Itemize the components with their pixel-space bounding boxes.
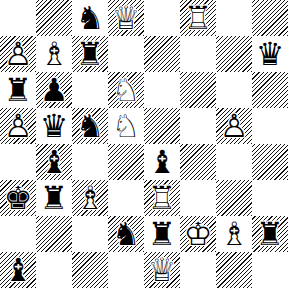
white-pawn: ♙ — [0, 108, 36, 144]
square-d8[interactable]: ♛♕ — [108, 0, 144, 36]
white-pawn-backdrop: ♟ — [0, 108, 36, 144]
square-g6[interactable] — [216, 72, 252, 108]
black-queen-backdrop: ♛ — [36, 108, 72, 144]
square-d6[interactable]: ♞♘ — [108, 72, 144, 108]
white-knight-backdrop: ♞ — [108, 108, 144, 144]
white-pawn: ♙ — [216, 108, 252, 144]
square-d4[interactable] — [108, 144, 144, 180]
black-knight-backdrop: ♞ — [108, 216, 144, 252]
white-pawn: ♙ — [0, 36, 36, 72]
square-e5[interactable] — [144, 108, 180, 144]
black-rook-backdrop: ♜ — [0, 72, 36, 108]
square-h3[interactable] — [252, 180, 288, 216]
black-bishop: ♝ — [0, 252, 36, 288]
white-king: ♔ — [180, 216, 216, 252]
square-h4[interactable] — [252, 144, 288, 180]
square-c7[interactable]: ♜♜ — [72, 36, 108, 72]
black-knight: ♞ — [108, 216, 144, 252]
white-bishop-backdrop: ♝ — [72, 180, 108, 216]
chess-board: ♞♞♛♕♜♖♟♙♝♗♜♜♛♛♜♜♟♟♞♘♟♙♛♛♞♞♞♘♟♙♝♝♝♝♚♚♜♜♝♗… — [0, 0, 288, 288]
white-bishop-backdrop: ♝ — [36, 36, 72, 72]
white-pawn-backdrop: ♟ — [216, 108, 252, 144]
square-b8[interactable] — [36, 0, 72, 36]
black-king: ♚ — [0, 180, 36, 216]
square-h8[interactable] — [252, 0, 288, 36]
white-pawn-backdrop: ♟ — [0, 36, 36, 72]
square-b3[interactable]: ♜♜ — [36, 180, 72, 216]
square-g4[interactable] — [216, 144, 252, 180]
square-h6[interactable] — [252, 72, 288, 108]
white-bishop: ♗ — [72, 180, 108, 216]
square-f1[interactable] — [180, 252, 216, 288]
square-g2[interactable]: ♝♗ — [216, 216, 252, 252]
square-d3[interactable] — [108, 180, 144, 216]
square-a8[interactable] — [0, 0, 36, 36]
square-g5[interactable]: ♟♙ — [216, 108, 252, 144]
square-c5[interactable]: ♞♞ — [72, 108, 108, 144]
black-knight-backdrop: ♞ — [72, 108, 108, 144]
square-b1[interactable] — [36, 252, 72, 288]
square-f4[interactable] — [180, 144, 216, 180]
black-rook-backdrop: ♜ — [144, 216, 180, 252]
square-b5[interactable]: ♛♛ — [36, 108, 72, 144]
square-c1[interactable] — [72, 252, 108, 288]
square-a7[interactable]: ♟♙ — [0, 36, 36, 72]
square-c2[interactable] — [72, 216, 108, 252]
square-e7[interactable] — [144, 36, 180, 72]
black-rook: ♜ — [252, 216, 288, 252]
square-e3[interactable]: ♜♖ — [144, 180, 180, 216]
white-knight-backdrop: ♞ — [108, 72, 144, 108]
square-c4[interactable] — [72, 144, 108, 180]
square-b7[interactable]: ♝♗ — [36, 36, 72, 72]
square-f2[interactable]: ♚♔ — [180, 216, 216, 252]
black-queen: ♛ — [36, 108, 72, 144]
black-rook: ♜ — [144, 216, 180, 252]
black-rook: ♜ — [36, 180, 72, 216]
square-g8[interactable] — [216, 0, 252, 36]
square-d2[interactable]: ♞♞ — [108, 216, 144, 252]
square-h7[interactable]: ♛♛ — [252, 36, 288, 72]
white-rook-backdrop: ♜ — [144, 180, 180, 216]
black-pawn: ♟ — [36, 72, 72, 108]
square-c3[interactable]: ♝♗ — [72, 180, 108, 216]
square-e1[interactable]: ♛♕ — [144, 252, 180, 288]
black-rook: ♜ — [72, 36, 108, 72]
black-king-backdrop: ♚ — [0, 180, 36, 216]
square-a6[interactable]: ♜♜ — [0, 72, 36, 108]
white-knight: ♘ — [108, 108, 144, 144]
white-king-backdrop: ♚ — [180, 216, 216, 252]
square-b4[interactable]: ♝♝ — [36, 144, 72, 180]
black-bishop-backdrop: ♝ — [0, 252, 36, 288]
square-a4[interactable] — [0, 144, 36, 180]
square-h2[interactable]: ♜♜ — [252, 216, 288, 252]
square-d1[interactable] — [108, 252, 144, 288]
black-queen: ♛ — [252, 36, 288, 72]
square-d7[interactable] — [108, 36, 144, 72]
black-rook-backdrop: ♜ — [72, 36, 108, 72]
white-queen-backdrop: ♛ — [108, 0, 144, 36]
white-rook: ♖ — [144, 180, 180, 216]
square-e4[interactable]: ♝♝ — [144, 144, 180, 180]
black-rook: ♜ — [0, 72, 36, 108]
square-g7[interactable] — [216, 36, 252, 72]
black-bishop: ♝ — [36, 144, 72, 180]
black-knight: ♞ — [72, 0, 108, 36]
square-e2[interactable]: ♜♜ — [144, 216, 180, 252]
square-a3[interactable]: ♚♚ — [0, 180, 36, 216]
square-d5[interactable]: ♞♘ — [108, 108, 144, 144]
white-bishop: ♗ — [36, 36, 72, 72]
square-a1[interactable]: ♝♝ — [0, 252, 36, 288]
white-queen: ♕ — [144, 252, 180, 288]
square-b2[interactable] — [36, 216, 72, 252]
black-bishop-backdrop: ♝ — [36, 144, 72, 180]
square-g3[interactable] — [216, 180, 252, 216]
black-bishop: ♝ — [144, 144, 180, 180]
white-rook-backdrop: ♜ — [180, 0, 216, 36]
square-a2[interactable] — [0, 216, 36, 252]
square-c8[interactable]: ♞♞ — [72, 0, 108, 36]
black-knight: ♞ — [72, 108, 108, 144]
white-queen: ♕ — [108, 0, 144, 36]
square-f6[interactable] — [180, 72, 216, 108]
white-queen-backdrop: ♛ — [144, 252, 180, 288]
square-h5[interactable] — [252, 108, 288, 144]
square-c6[interactable] — [72, 72, 108, 108]
square-g1[interactable] — [216, 252, 252, 288]
black-queen-backdrop: ♛ — [252, 36, 288, 72]
square-a5[interactable]: ♟♙ — [0, 108, 36, 144]
black-rook-backdrop: ♜ — [36, 180, 72, 216]
square-f7[interactable] — [180, 36, 216, 72]
black-pawn-backdrop: ♟ — [36, 72, 72, 108]
white-bishop-backdrop: ♝ — [216, 216, 252, 252]
square-f5[interactable] — [180, 108, 216, 144]
square-e8[interactable] — [144, 0, 180, 36]
white-bishop: ♗ — [216, 216, 252, 252]
white-rook: ♖ — [180, 0, 216, 36]
square-f3[interactable] — [180, 180, 216, 216]
square-e6[interactable] — [144, 72, 180, 108]
black-bishop-backdrop: ♝ — [144, 144, 180, 180]
black-knight-backdrop: ♞ — [72, 0, 108, 36]
white-knight: ♘ — [108, 72, 144, 108]
black-rook-backdrop: ♜ — [252, 216, 288, 252]
square-h1[interactable] — [252, 252, 288, 288]
square-b6[interactable]: ♟♟ — [36, 72, 72, 108]
square-f8[interactable]: ♜♖ — [180, 0, 216, 36]
